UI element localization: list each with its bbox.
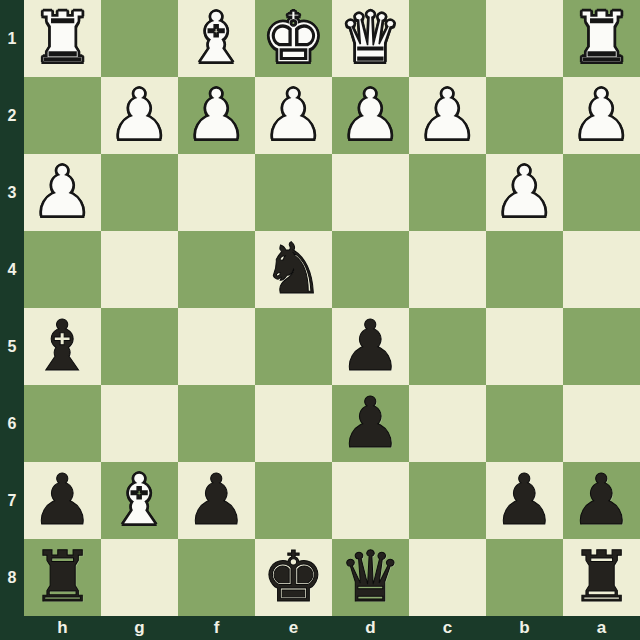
white-queen[interactable]: ♛ xyxy=(339,0,402,77)
white-pawn[interactable]: ♟ xyxy=(493,154,556,231)
square-f5[interactable] xyxy=(178,308,255,385)
black-pawn[interactable]: ♟ xyxy=(339,385,402,462)
square-f8[interactable] xyxy=(178,539,255,616)
square-d5[interactable]: ♟ xyxy=(332,308,409,385)
square-e3[interactable] xyxy=(255,154,332,231)
square-g5[interactable] xyxy=(101,308,178,385)
square-d6[interactable]: ♟ xyxy=(332,385,409,462)
square-a6[interactable] xyxy=(563,385,640,462)
square-g8[interactable] xyxy=(101,539,178,616)
white-bishop[interactable]: ♝ xyxy=(108,462,171,539)
rank-labels: 12345678 xyxy=(0,0,24,616)
square-c4[interactable] xyxy=(409,231,486,308)
file-label-b: b xyxy=(486,616,563,640)
square-f3[interactable] xyxy=(178,154,255,231)
rank-label-1: 1 xyxy=(0,0,24,77)
rank-label-8: 8 xyxy=(0,539,24,616)
black-queen[interactable]: ♛ xyxy=(339,539,402,616)
square-b7[interactable]: ♟ xyxy=(486,462,563,539)
square-a2[interactable]: ♟ xyxy=(563,77,640,154)
rank-label-4: 4 xyxy=(0,231,24,308)
square-f2[interactable]: ♟ xyxy=(178,77,255,154)
square-h1[interactable]: ♜ xyxy=(24,0,101,77)
square-h4[interactable] xyxy=(24,231,101,308)
square-e7[interactable] xyxy=(255,462,332,539)
rank-label-6: 6 xyxy=(0,385,24,462)
square-f7[interactable]: ♟ xyxy=(178,462,255,539)
black-pawn[interactable]: ♟ xyxy=(31,462,94,539)
rank-label-5: 5 xyxy=(0,308,24,385)
file-label-f: f xyxy=(178,616,255,640)
square-a1[interactable]: ♜ xyxy=(563,0,640,77)
square-g2[interactable]: ♟ xyxy=(101,77,178,154)
square-a7[interactable]: ♟ xyxy=(563,462,640,539)
square-h5[interactable]: ♝ xyxy=(24,308,101,385)
white-pawn[interactable]: ♟ xyxy=(108,77,171,154)
chess-board-frame: 12345678 ♜♝♚♛♜♟♟♟♟♟♟♟♟♞♝♟♟♟♝♟♟♟♜♚♛♜ hgfe… xyxy=(0,0,640,640)
square-e1[interactable]: ♚ xyxy=(255,0,332,77)
square-g7[interactable]: ♝ xyxy=(101,462,178,539)
file-label-h: h xyxy=(24,616,101,640)
square-b4[interactable] xyxy=(486,231,563,308)
white-rook[interactable]: ♜ xyxy=(31,0,94,77)
white-pawn[interactable]: ♟ xyxy=(570,77,633,154)
square-d8[interactable]: ♛ xyxy=(332,539,409,616)
board-corner xyxy=(0,616,24,640)
chess-board: ♜♝♚♛♜♟♟♟♟♟♟♟♟♞♝♟♟♟♝♟♟♟♜♚♛♜ xyxy=(24,0,640,616)
square-c6[interactable] xyxy=(409,385,486,462)
square-h7[interactable]: ♟ xyxy=(24,462,101,539)
square-b1[interactable] xyxy=(486,0,563,77)
file-label-g: g xyxy=(101,616,178,640)
square-e2[interactable]: ♟ xyxy=(255,77,332,154)
white-pawn[interactable]: ♟ xyxy=(31,154,94,231)
square-h2[interactable] xyxy=(24,77,101,154)
square-g4[interactable] xyxy=(101,231,178,308)
square-b8[interactable] xyxy=(486,539,563,616)
white-bishop[interactable]: ♝ xyxy=(185,0,248,77)
black-pawn[interactable]: ♟ xyxy=(570,462,633,539)
file-label-a: a xyxy=(563,616,640,640)
black-rook[interactable]: ♜ xyxy=(570,539,633,616)
square-c5[interactable] xyxy=(409,308,486,385)
white-pawn[interactable]: ♟ xyxy=(185,77,248,154)
square-c3[interactable] xyxy=(409,154,486,231)
file-label-e: e xyxy=(255,616,332,640)
square-c2[interactable]: ♟ xyxy=(409,77,486,154)
white-rook[interactable]: ♜ xyxy=(570,0,633,77)
square-a8[interactable]: ♜ xyxy=(563,539,640,616)
square-c7[interactable] xyxy=(409,462,486,539)
rank-label-3: 3 xyxy=(0,154,24,231)
square-d1[interactable]: ♛ xyxy=(332,0,409,77)
square-c1[interactable] xyxy=(409,0,486,77)
square-d2[interactable]: ♟ xyxy=(332,77,409,154)
square-f1[interactable]: ♝ xyxy=(178,0,255,77)
white-pawn[interactable]: ♟ xyxy=(262,77,325,154)
black-knight[interactable]: ♞ xyxy=(262,231,325,308)
square-f4[interactable] xyxy=(178,231,255,308)
square-e4[interactable]: ♞ xyxy=(255,231,332,308)
square-e6[interactable] xyxy=(255,385,332,462)
square-c8[interactable] xyxy=(409,539,486,616)
black-pawn[interactable]: ♟ xyxy=(185,462,248,539)
rank-label-2: 2 xyxy=(0,77,24,154)
white-pawn[interactable]: ♟ xyxy=(339,77,402,154)
black-king[interactable]: ♚ xyxy=(262,539,325,616)
white-pawn[interactable]: ♟ xyxy=(416,77,479,154)
square-b5[interactable] xyxy=(486,308,563,385)
black-pawn[interactable]: ♟ xyxy=(493,462,556,539)
black-rook[interactable]: ♜ xyxy=(31,539,94,616)
square-e5[interactable] xyxy=(255,308,332,385)
square-d4[interactable] xyxy=(332,231,409,308)
file-label-c: c xyxy=(409,616,486,640)
white-king[interactable]: ♚ xyxy=(262,0,325,77)
square-g3[interactable] xyxy=(101,154,178,231)
square-a4[interactable] xyxy=(563,231,640,308)
square-a3[interactable] xyxy=(563,154,640,231)
square-b3[interactable]: ♟ xyxy=(486,154,563,231)
rank-label-7: 7 xyxy=(0,462,24,539)
black-pawn[interactable]: ♟ xyxy=(339,308,402,385)
file-labels: hgfedcba xyxy=(24,616,640,640)
square-d3[interactable] xyxy=(332,154,409,231)
square-d7[interactable] xyxy=(332,462,409,539)
square-h6[interactable] xyxy=(24,385,101,462)
square-b6[interactable] xyxy=(486,385,563,462)
square-a5[interactable] xyxy=(563,308,640,385)
black-bishop[interactable]: ♝ xyxy=(31,308,94,385)
square-f6[interactable] xyxy=(178,385,255,462)
square-h3[interactable]: ♟ xyxy=(24,154,101,231)
square-g6[interactable] xyxy=(101,385,178,462)
square-e8[interactable]: ♚ xyxy=(255,539,332,616)
file-label-d: d xyxy=(332,616,409,640)
square-b2[interactable] xyxy=(486,77,563,154)
square-h8[interactable]: ♜ xyxy=(24,539,101,616)
square-g1[interactable] xyxy=(101,0,178,77)
